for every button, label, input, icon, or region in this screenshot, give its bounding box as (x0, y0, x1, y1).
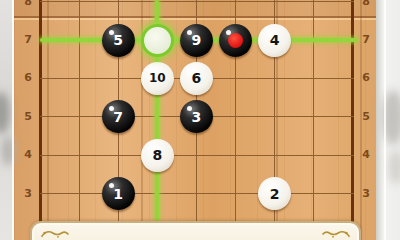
background-strip-left (0, 0, 14, 240)
background-card-edge (384, 0, 386, 240)
stone-move-number: 4 (270, 33, 280, 47)
background-blur-blob (388, 150, 400, 184)
row-label-left: 5 (19, 110, 37, 124)
grid-vline (79, 0, 80, 240)
stone-white-6: 6 (180, 62, 213, 95)
grid-vline (351, 0, 354, 240)
stone-black-5: 5 (102, 24, 135, 57)
stone-black-1: 1 (102, 177, 135, 210)
background-blur-blob (0, 92, 10, 134)
last-move-red-dot (228, 33, 243, 48)
stone-move-number: 3 (192, 110, 202, 124)
grid-hline (40, 155, 354, 156)
row-label-right: 7 (357, 33, 375, 47)
board-edge-highlight (12, 0, 14, 240)
stone-move-number: 7 (113, 110, 123, 124)
row-label-left: 4 (19, 148, 37, 162)
plaque-ornament-right (321, 228, 351, 240)
stone-black-7: 7 (102, 100, 135, 133)
stone-white-2: 2 (258, 177, 291, 210)
row-label-left: 7 (19, 33, 37, 47)
ghost-stone-cursor (141, 24, 174, 57)
stone-black-9: 9 (180, 24, 213, 57)
grid-vline (39, 0, 42, 240)
row-label-right: 5 (357, 110, 375, 124)
stone-move-number: 5 (113, 33, 123, 47)
stone-black-last (219, 24, 252, 57)
grid-hline (40, 193, 354, 194)
stone-move-number: 1 (113, 187, 123, 201)
grid-vline (313, 0, 314, 240)
gomoku-app-screen: 88776655443312345678910 (0, 0, 400, 240)
stone-move-number: 6 (192, 71, 202, 85)
grid-hline (40, 1, 354, 2)
stone-black-3: 3 (180, 100, 213, 133)
board-grid[interactable]: 88776655443312345678910 (0, 0, 400, 240)
row-label-right: 6 (357, 71, 375, 85)
background-strip-right (376, 0, 400, 240)
row-label-left: 3 (19, 187, 37, 201)
plaque-ornament-left (40, 228, 70, 240)
row-label-right: 8 (357, 0, 375, 9)
stone-white-8: 8 (141, 139, 174, 172)
row-label-right: 3 (357, 187, 375, 201)
row-label-left: 6 (19, 71, 37, 85)
row-label-right: 4 (357, 148, 375, 162)
row-label-left: 8 (19, 0, 37, 9)
stone-move-number: 10 (149, 72, 166, 84)
scroll-plaque (30, 221, 361, 240)
stone-move-number: 9 (192, 33, 202, 47)
stone-white-4: 4 (258, 24, 291, 57)
stone-white-10: 10 (141, 62, 174, 95)
stone-move-number: 2 (270, 187, 280, 201)
stone-move-number: 8 (152, 148, 162, 162)
